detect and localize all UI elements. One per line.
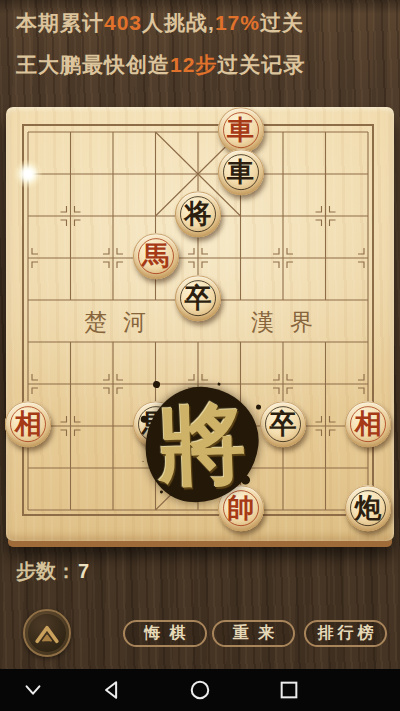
- river-label-left: 楚河: [84, 307, 162, 338]
- piece-character: 帥: [218, 485, 264, 531]
- undo-move-button[interactable]: 悔棋: [123, 620, 207, 647]
- piece-character: 相: [5, 401, 51, 447]
- piece-馬-red[interactable]: 馬: [133, 233, 179, 279]
- leaderboard-button[interactable]: 排行榜: [304, 620, 387, 647]
- plain-text: 人挑战,: [142, 11, 215, 34]
- piece-卒-black[interactable]: 卒: [175, 275, 221, 321]
- piece-character: 将: [175, 191, 221, 237]
- collapse-panel-button[interactable]: [23, 609, 71, 657]
- recents-icon[interactable]: [278, 679, 300, 701]
- highlight-text: 403: [104, 11, 142, 34]
- step-counter: 步数：7: [16, 558, 89, 585]
- piece-車-red[interactable]: 車: [218, 107, 264, 153]
- challenge-stats-banner: 本期累计403人挑战,17%过关: [16, 9, 304, 37]
- plain-text: 过关记录: [217, 53, 305, 76]
- piece-character: 車: [218, 107, 264, 153]
- piece-馬-black[interactable]: 馬: [133, 401, 179, 447]
- piece-character: 卒: [260, 401, 306, 447]
- piece-炮-black[interactable]: 炮: [345, 485, 391, 531]
- xiangqi-app-screen: 本期累计403人挑战,17%过关 王大鹏最快创造12步过关记录 楚河 漢界 車車…: [0, 0, 400, 711]
- plain-text: 本期累计: [16, 11, 104, 34]
- piece-車-black[interactable]: 車: [218, 149, 264, 195]
- piece-character: 炮: [345, 485, 391, 531]
- back-icon[interactable]: [101, 679, 123, 701]
- xiangqi-board[interactable]: 楚河 漢界 車車将馬卒相馬卒相帥炮 將: [6, 107, 394, 541]
- piece-character: 卒: [175, 275, 221, 321]
- highlight-text: 12步: [170, 53, 217, 76]
- step-counter-label: 步数: [16, 560, 56, 582]
- plain-text: 王大鹏最快创造: [16, 53, 170, 76]
- chevron-up-icon: [29, 616, 65, 650]
- piece-character: 馬: [133, 233, 179, 279]
- piece-将-black[interactable]: 将: [175, 191, 221, 237]
- piece-帥-red[interactable]: 帥: [218, 485, 264, 531]
- sparkle-effect: [13, 159, 43, 189]
- piece-character: 馬: [133, 401, 179, 447]
- step-counter-value: 7: [78, 560, 89, 582]
- record-banner: 王大鹏最快创造12步过关记录: [16, 51, 305, 79]
- piece-卒-black[interactable]: 卒: [260, 401, 306, 447]
- highlight-text: 17%: [215, 11, 260, 34]
- board-grid: [6, 107, 394, 541]
- piece-character: 車: [218, 149, 264, 195]
- hide-navbar-chevron-icon[interactable]: [22, 679, 44, 701]
- piece-character: 相: [345, 401, 391, 447]
- home-icon[interactable]: [189, 679, 211, 701]
- river-label-right: 漢界: [251, 307, 329, 338]
- piece-相-red[interactable]: 相: [345, 401, 391, 447]
- plain-text: 过关: [260, 11, 304, 34]
- piece-相-red[interactable]: 相: [5, 401, 51, 447]
- android-navbar: [0, 669, 400, 711]
- restart-button[interactable]: 重来: [212, 620, 295, 647]
